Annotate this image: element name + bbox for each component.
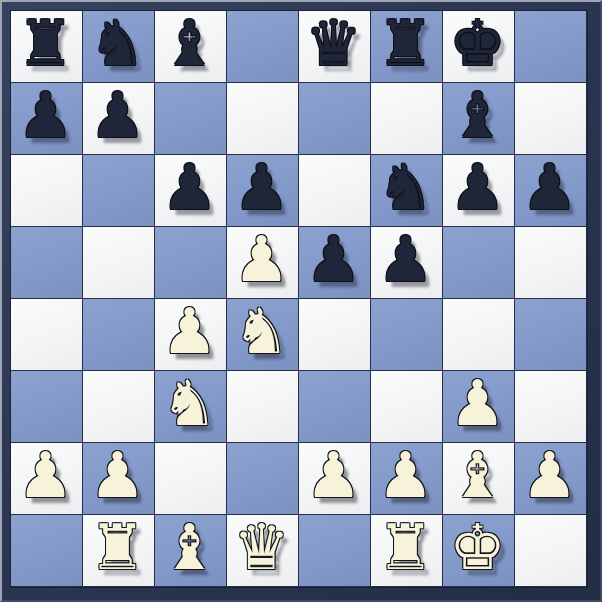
square-g7[interactable]: ♝ (443, 83, 515, 155)
square-f6[interactable]: ♞ (371, 155, 443, 227)
square-g4[interactable] (443, 299, 515, 371)
black-king: ♚ (449, 12, 505, 75)
square-b1[interactable]: ♜ (83, 515, 155, 587)
square-f2[interactable]: ♟ (371, 443, 443, 515)
square-c7[interactable] (155, 83, 227, 155)
square-f8[interactable]: ♜ (371, 11, 443, 83)
white-pawn: ♟ (377, 444, 433, 507)
white-pawn: ♟ (521, 444, 577, 507)
square-b5[interactable] (83, 227, 155, 299)
square-h1[interactable] (515, 515, 587, 587)
black-knight: ♞ (89, 12, 145, 75)
square-h7[interactable] (515, 83, 587, 155)
square-e3[interactable] (299, 371, 371, 443)
square-b6[interactable] (83, 155, 155, 227)
white-rook: ♜ (377, 516, 433, 579)
white-pawn: ♟ (449, 372, 505, 435)
square-e5[interactable]: ♟ (299, 227, 371, 299)
square-e8[interactable]: ♛ (299, 11, 371, 83)
square-c4[interactable]: ♟ (155, 299, 227, 371)
square-d8[interactable] (227, 11, 299, 83)
square-h2[interactable]: ♟ (515, 443, 587, 515)
square-c2[interactable] (155, 443, 227, 515)
square-b7[interactable]: ♟ (83, 83, 155, 155)
black-pawn: ♟ (377, 228, 433, 291)
board-frame: ♜♞♝♛♜♚♟♟♝♟♟♞♟♟♟♟♟♟♞♞♟♟♟♟♟♝♟♜♝♛♜♚ (0, 0, 602, 602)
white-king: ♚ (449, 516, 505, 579)
square-d1[interactable]: ♛ (227, 515, 299, 587)
square-h4[interactable] (515, 299, 587, 371)
white-pawn: ♟ (305, 444, 361, 507)
black-bishop: ♝ (449, 84, 505, 147)
black-pawn: ♟ (449, 156, 505, 219)
square-a7[interactable]: ♟ (11, 83, 83, 155)
black-rook: ♜ (17, 12, 73, 75)
square-e7[interactable] (299, 83, 371, 155)
square-d2[interactable] (227, 443, 299, 515)
square-a5[interactable] (11, 227, 83, 299)
white-knight: ♞ (233, 300, 289, 363)
black-knight: ♞ (377, 156, 433, 219)
white-bishop: ♝ (449, 444, 505, 507)
square-b2[interactable]: ♟ (83, 443, 155, 515)
square-d7[interactable] (227, 83, 299, 155)
square-a4[interactable] (11, 299, 83, 371)
square-c8[interactable]: ♝ (155, 11, 227, 83)
black-rook: ♜ (377, 12, 433, 75)
white-pawn: ♟ (233, 228, 289, 291)
white-pawn: ♟ (89, 444, 145, 507)
square-d3[interactable] (227, 371, 299, 443)
white-pawn: ♟ (161, 300, 217, 363)
square-g5[interactable] (443, 227, 515, 299)
square-d5[interactable]: ♟ (227, 227, 299, 299)
square-c3[interactable]: ♞ (155, 371, 227, 443)
white-pawn: ♟ (17, 444, 73, 507)
square-f1[interactable]: ♜ (371, 515, 443, 587)
square-e4[interactable] (299, 299, 371, 371)
square-a6[interactable] (11, 155, 83, 227)
square-d6[interactable]: ♟ (227, 155, 299, 227)
square-a3[interactable] (11, 371, 83, 443)
square-d4[interactable]: ♞ (227, 299, 299, 371)
square-f7[interactable] (371, 83, 443, 155)
square-b4[interactable] (83, 299, 155, 371)
square-c5[interactable] (155, 227, 227, 299)
black-pawn: ♟ (161, 156, 217, 219)
square-h3[interactable] (515, 371, 587, 443)
square-a1[interactable] (11, 515, 83, 587)
black-pawn: ♟ (521, 156, 577, 219)
square-h6[interactable]: ♟ (515, 155, 587, 227)
white-queen: ♛ (233, 516, 289, 579)
white-knight: ♞ (161, 372, 217, 435)
black-bishop: ♝ (161, 12, 217, 75)
black-pawn: ♟ (17, 84, 73, 147)
square-b8[interactable]: ♞ (83, 11, 155, 83)
square-c6[interactable]: ♟ (155, 155, 227, 227)
square-e2[interactable]: ♟ (299, 443, 371, 515)
square-g1[interactable]: ♚ (443, 515, 515, 587)
square-b3[interactable] (83, 371, 155, 443)
square-c1[interactable]: ♝ (155, 515, 227, 587)
square-g2[interactable]: ♝ (443, 443, 515, 515)
black-pawn: ♟ (89, 84, 145, 147)
square-e1[interactable] (299, 515, 371, 587)
white-rook: ♜ (89, 516, 145, 579)
square-g8[interactable]: ♚ (443, 11, 515, 83)
square-g3[interactable]: ♟ (443, 371, 515, 443)
square-f3[interactable] (371, 371, 443, 443)
black-pawn: ♟ (233, 156, 289, 219)
square-a8[interactable]: ♜ (11, 11, 83, 83)
black-queen: ♛ (305, 12, 361, 75)
square-e6[interactable] (299, 155, 371, 227)
square-h8[interactable] (515, 11, 587, 83)
square-a2[interactable]: ♟ (11, 443, 83, 515)
square-h5[interactable] (515, 227, 587, 299)
black-pawn: ♟ (305, 228, 361, 291)
square-f5[interactable]: ♟ (371, 227, 443, 299)
chess-board: ♜♞♝♛♜♚♟♟♝♟♟♞♟♟♟♟♟♟♞♞♟♟♟♟♟♝♟♜♝♛♜♚ (10, 10, 588, 588)
white-bishop: ♝ (161, 516, 217, 579)
square-g6[interactable]: ♟ (443, 155, 515, 227)
square-f4[interactable] (371, 299, 443, 371)
